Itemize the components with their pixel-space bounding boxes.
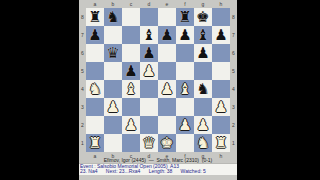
- square-b8[interactable]: ♞: [104, 8, 122, 26]
- black-pawn: ♟: [142, 44, 155, 62]
- square-d7[interactable]: ♝: [140, 26, 158, 44]
- square-a2[interactable]: [86, 116, 104, 134]
- rank-label-left-6: 6: [79, 44, 86, 62]
- file-label-top-d: d: [140, 1, 158, 8]
- square-a5[interactable]: [86, 62, 104, 80]
- square-d8[interactable]: [140, 8, 158, 26]
- rank-label-left-7: 7: [79, 26, 86, 44]
- square-g5[interactable]: [194, 62, 212, 80]
- white-rook: ♜: [88, 134, 101, 152]
- square-b2[interactable]: [104, 116, 122, 134]
- square-e6[interactable]: [158, 44, 176, 62]
- rank-label-left-1: 1: [79, 134, 86, 152]
- black-pawn: ♟: [124, 62, 137, 80]
- square-b3[interactable]: ♟: [104, 98, 122, 116]
- rank-label-right-7: 7: [230, 26, 237, 44]
- square-h4[interactable]: [212, 80, 230, 98]
- black-queen: ♛: [106, 44, 119, 62]
- black-pawn: ♟: [178, 26, 191, 44]
- square-e4[interactable]: ♟: [158, 80, 176, 98]
- rank-label-right-6: 6: [230, 44, 237, 62]
- rank-label-left-4: 4: [79, 80, 86, 98]
- square-c1[interactable]: [122, 134, 140, 152]
- square-d1[interactable]: ♛: [140, 134, 158, 152]
- rank-label-right-2: 2: [230, 116, 237, 134]
- file-label-top-b: b: [104, 1, 122, 8]
- square-e5[interactable]: [158, 62, 176, 80]
- video-frame: abcdefgh abcdefgh 87654321 87654321 ♜♞♜♚…: [0, 0, 320, 180]
- black-pawn: ♟: [160, 26, 173, 44]
- square-c3[interactable]: [122, 98, 140, 116]
- white-bishop: ♝: [124, 80, 137, 98]
- square-f4[interactable]: ♝: [176, 80, 194, 98]
- file-label-top-g: g: [194, 1, 212, 8]
- black-bishop: ♝: [142, 26, 155, 44]
- square-f7[interactable]: ♟: [176, 26, 194, 44]
- square-a3[interactable]: [86, 98, 104, 116]
- black-rook: ♜: [178, 8, 191, 26]
- white-rook: ♜: [214, 134, 227, 152]
- square-b6[interactable]: ♛: [104, 44, 122, 62]
- rank-labels-left: 87654321: [79, 8, 86, 152]
- square-a6[interactable]: [86, 44, 104, 62]
- square-e8[interactable]: [158, 8, 176, 26]
- square-d3[interactable]: [140, 98, 158, 116]
- square-g7[interactable]: ♝: [194, 26, 212, 44]
- square-c4[interactable]: ♝: [122, 80, 140, 98]
- square-h7[interactable]: ♟: [212, 26, 230, 44]
- square-e7[interactable]: ♟: [158, 26, 176, 44]
- square-f3[interactable]: [176, 98, 194, 116]
- square-e1[interactable]: ♚: [158, 134, 176, 152]
- right-letterbox-bar: [237, 0, 320, 180]
- square-d5[interactable]: ♟: [140, 62, 158, 80]
- white-queen: ♛: [142, 134, 155, 152]
- square-d4[interactable]: [140, 80, 158, 98]
- rank-label-left-8: 8: [79, 8, 86, 26]
- square-a7[interactable]: ♟: [86, 26, 104, 44]
- rank-label-right-8: 8: [230, 8, 237, 26]
- left-letterbox-bar: [0, 0, 79, 180]
- square-c6[interactable]: [122, 44, 140, 62]
- move-info-line: 23. Na4 Next: 23...Rxa4 Length: 38 Watch…: [80, 169, 236, 174]
- square-b7[interactable]: [104, 26, 122, 44]
- square-g2[interactable]: ♟: [194, 116, 212, 134]
- file-label-top-c: c: [122, 1, 140, 8]
- square-f1[interactable]: [176, 134, 194, 152]
- file-label-top-a: a: [86, 1, 104, 8]
- chess-board: ♜♞♜♚♟♝♟♟♝♟♛♟♟♟♟♞♝♟♝♞♟♟♟♟♟♜♛♚♞♜: [86, 8, 230, 152]
- square-h6[interactable]: [212, 44, 230, 62]
- rank-label-left-3: 3: [79, 98, 86, 116]
- square-b5[interactable]: [104, 62, 122, 80]
- white-pawn: ♟: [214, 98, 227, 116]
- square-h2[interactable]: [212, 116, 230, 134]
- square-f6[interactable]: [176, 44, 194, 62]
- rank-label-right-5: 5: [230, 62, 237, 80]
- white-bishop: ♝: [178, 80, 191, 98]
- rank-label-left-2: 2: [79, 116, 86, 134]
- square-d6[interactable]: ♟: [140, 44, 158, 62]
- black-pawn: ♟: [88, 26, 101, 44]
- file-labels-top: abcdefgh: [86, 1, 230, 8]
- square-e3[interactable]: [158, 98, 176, 116]
- square-h1[interactable]: ♜: [212, 134, 230, 152]
- square-g6[interactable]: ♟: [194, 44, 212, 62]
- square-h8[interactable]: [212, 8, 230, 26]
- square-g1[interactable]: ♞: [194, 134, 212, 152]
- square-f5[interactable]: [176, 62, 194, 80]
- square-c5[interactable]: ♟: [122, 62, 140, 80]
- square-d2[interactable]: [140, 116, 158, 134]
- rank-label-right-1: 1: [230, 134, 237, 152]
- black-knight: ♞: [196, 80, 209, 98]
- square-e2[interactable]: [158, 116, 176, 134]
- square-f8[interactable]: ♜: [176, 8, 194, 26]
- white-pawn: ♟: [196, 116, 209, 134]
- rank-label-right-4: 4: [230, 80, 237, 98]
- white-king: ♚: [160, 134, 173, 152]
- rank-label-right-3: 3: [230, 98, 237, 116]
- rank-label-left-5: 5: [79, 62, 86, 80]
- file-label-top-f: f: [176, 1, 194, 8]
- white-pawn: ♟: [178, 116, 191, 134]
- white-knight: ♞: [88, 80, 101, 98]
- white-pawn: ♟: [160, 80, 173, 98]
- black-king: ♚: [196, 8, 209, 26]
- square-g3[interactable]: [194, 98, 212, 116]
- square-a1[interactable]: ♜: [86, 134, 104, 152]
- square-c7[interactable]: [122, 26, 140, 44]
- white-pawn: ♟: [142, 62, 155, 80]
- file-label-top-e: e: [158, 1, 176, 8]
- file-label-top-h: h: [212, 1, 230, 8]
- black-knight: ♞: [106, 8, 119, 26]
- square-b4[interactable]: [104, 80, 122, 98]
- square-h5[interactable]: [212, 62, 230, 80]
- white-pawn: ♟: [106, 98, 119, 116]
- square-c2[interactable]: ♟: [122, 116, 140, 134]
- square-h3[interactable]: ♟: [212, 98, 230, 116]
- chess-diagram-panel: abcdefgh abcdefgh 87654321 87654321 ♜♞♜♚…: [79, 0, 237, 180]
- black-pawn: ♟: [214, 26, 227, 44]
- square-c8[interactable]: [122, 8, 140, 26]
- square-g8[interactable]: ♚: [194, 8, 212, 26]
- square-f2[interactable]: ♟: [176, 116, 194, 134]
- square-b1[interactable]: [104, 134, 122, 152]
- black-pawn: ♟: [196, 44, 209, 62]
- square-a4[interactable]: ♞: [86, 80, 104, 98]
- black-rook: ♜: [88, 8, 101, 26]
- square-g4[interactable]: ♞: [194, 80, 212, 98]
- black-bishop: ♝: [196, 26, 209, 44]
- rank-labels-right: 87654321: [230, 8, 237, 152]
- white-pawn: ♟: [124, 116, 137, 134]
- square-a8[interactable]: ♜: [86, 8, 104, 26]
- white-knight: ♞: [196, 134, 209, 152]
